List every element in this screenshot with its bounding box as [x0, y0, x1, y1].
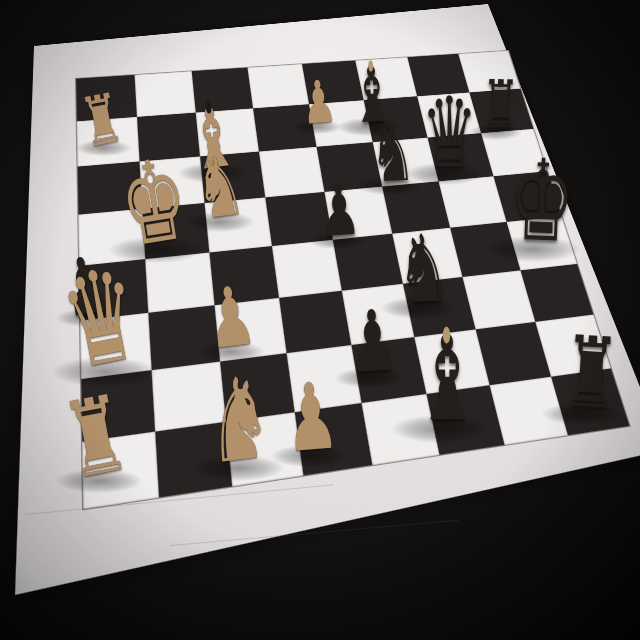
piece-black-pawn-e5: ♟	[317, 175, 362, 248]
piece-black-bishop-f1: ♝	[413, 320, 482, 439]
bishop-finial-tip	[368, 60, 373, 72]
piece-black-rook-h7: ♜	[481, 72, 520, 138]
piece-black-pawn-e2: ♟	[347, 299, 400, 386]
piece-white-knight-c5: ♞	[191, 143, 249, 232]
piece-black-king-h4: ♚	[508, 144, 577, 259]
piece-white-pawn-c3: ♟	[203, 274, 260, 361]
piece-white-pawn-d1: ♟	[281, 369, 341, 465]
piece-white-knight-c1: ♞	[199, 360, 277, 481]
pieces-layer: ♟♝♜♜♝♛♞♞♟♚♚♞♟♟♛♟♜♝♟♞♜	[0, 0, 640, 640]
bishop-finial-tip	[443, 326, 451, 344]
photo-scene: ♟♝♜♜♝♛♞♞♟♚♚♞♟♟♛♟♜♝♟♞♜	[0, 0, 640, 640]
piece-black-queen-g6: ♛	[421, 84, 478, 182]
piece-black-knight-f3: ♞	[396, 221, 452, 316]
piece-black-knight-f6: ♞	[368, 113, 416, 193]
bishop-finial-tip	[205, 101, 212, 114]
piece-black-rook-h1: ♜	[560, 323, 622, 424]
piece-white-pawn-e7: ♟	[300, 72, 338, 133]
